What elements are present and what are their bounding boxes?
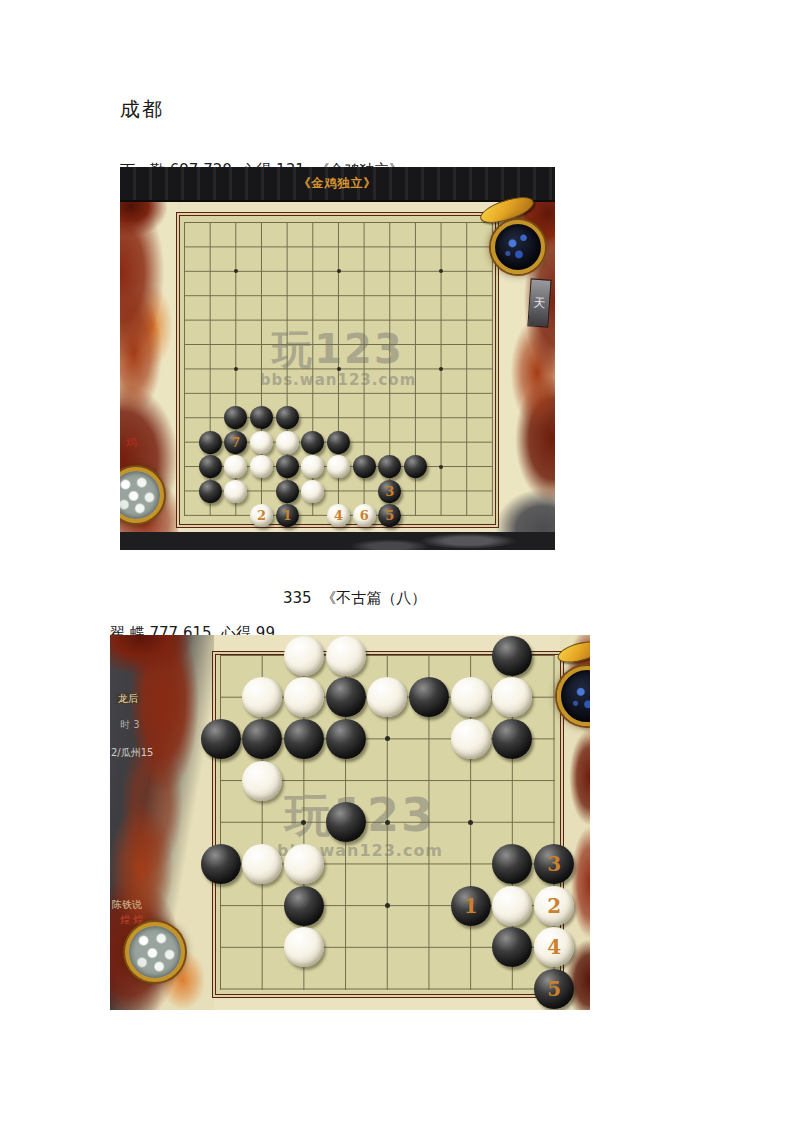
goban-grid-1: 7321465 xyxy=(184,222,493,516)
black-stone xyxy=(326,802,366,842)
white-stone xyxy=(242,761,282,801)
move-number: 5 xyxy=(547,979,561,999)
black-stone xyxy=(199,480,222,503)
move-number: 1 xyxy=(464,896,478,916)
black-stone xyxy=(492,636,532,676)
white-stone xyxy=(492,886,532,926)
black-stone-move-1: 1 xyxy=(451,886,491,926)
black-stone xyxy=(276,480,299,503)
white-stone xyxy=(284,844,324,884)
white-stone xyxy=(250,431,273,454)
black-stone xyxy=(276,455,299,478)
white-stone xyxy=(242,844,282,884)
black-stone-move-7: 7 xyxy=(224,431,247,454)
white-stone-move-2: 2 xyxy=(534,886,574,926)
black-stone-move-1: 1 xyxy=(276,504,299,527)
white-stone xyxy=(284,636,324,676)
move-number: 3 xyxy=(385,485,394,498)
star-point xyxy=(234,367,238,371)
black-stone xyxy=(409,677,449,717)
white-stone xyxy=(276,431,299,454)
lobby-text-overlay: 时 3 xyxy=(120,719,140,730)
black-stone xyxy=(284,886,324,926)
white-stone xyxy=(224,480,247,503)
black-stone xyxy=(199,431,222,454)
lobby-text-overlay: 煌 煌 xyxy=(120,914,143,925)
white-stone-move-6: 6 xyxy=(353,504,376,527)
star-point xyxy=(385,820,390,825)
black-stone-bowl-icon xyxy=(491,220,545,274)
board2-screenshot: 玩123 bbs.wan123.com 31245 龙后 时 3 2/瓜州15 … xyxy=(110,635,590,1010)
white-stone xyxy=(451,677,491,717)
black-stone xyxy=(276,406,299,429)
move-number: 5 xyxy=(385,509,394,522)
black-stone xyxy=(201,719,241,759)
black-stone xyxy=(326,677,366,717)
black-stone xyxy=(353,455,376,478)
star-point xyxy=(337,367,341,371)
tian-banner: 天 xyxy=(527,278,551,327)
lobby-text-overlay: 2/瓜州15 xyxy=(111,747,153,758)
white-stone xyxy=(284,677,324,717)
black-stone-move-5: 5 xyxy=(534,969,574,1009)
black-stone-move-3: 3 xyxy=(378,480,401,503)
move-number: 4 xyxy=(547,937,561,957)
move-number: 1 xyxy=(283,509,292,522)
lobby-text-overlay: 龙后 xyxy=(116,693,140,704)
red-seal-text: 鸡 xyxy=(126,435,137,450)
board1-bottom-band xyxy=(120,532,555,550)
black-stone xyxy=(199,455,222,478)
star-point xyxy=(439,465,443,469)
move-number: 6 xyxy=(360,509,369,522)
board1-screenshot: 玩123 bbs.wan123.com 7321465 《金鸡独立》 天 鸡 xyxy=(120,167,555,550)
black-stone-move-3: 3 xyxy=(534,844,574,884)
black-stone xyxy=(242,719,282,759)
white-stone xyxy=(451,719,491,759)
move-number: 2 xyxy=(257,509,266,522)
black-stone xyxy=(201,844,241,884)
page-title: 成都 xyxy=(120,96,164,123)
white-stone-move-2: 2 xyxy=(250,504,273,527)
star-point xyxy=(468,820,473,825)
move-number: 3 xyxy=(547,854,561,874)
move-number: 7 xyxy=(231,436,240,449)
move-number: 4 xyxy=(334,509,343,522)
black-stone xyxy=(284,719,324,759)
black-stone xyxy=(326,719,366,759)
white-stone xyxy=(301,480,324,503)
goban-grid-2: 31245 xyxy=(220,655,555,990)
black-stone xyxy=(301,431,324,454)
middle-caption: 335 《不古篇（八） xyxy=(283,589,426,608)
white-stone xyxy=(326,636,366,676)
board1-title-bar: 《金鸡独立》 xyxy=(120,167,555,202)
white-stone-bowl-icon xyxy=(125,922,185,982)
lobby-text-overlay: 陈铁说 xyxy=(112,899,142,910)
board1-title: 《金鸡独立》 xyxy=(299,175,377,192)
move-number: 2 xyxy=(547,896,561,916)
black-stone xyxy=(327,431,350,454)
white-stone-move-4: 4 xyxy=(327,504,350,527)
star-point xyxy=(337,269,341,273)
star-point xyxy=(385,903,390,908)
